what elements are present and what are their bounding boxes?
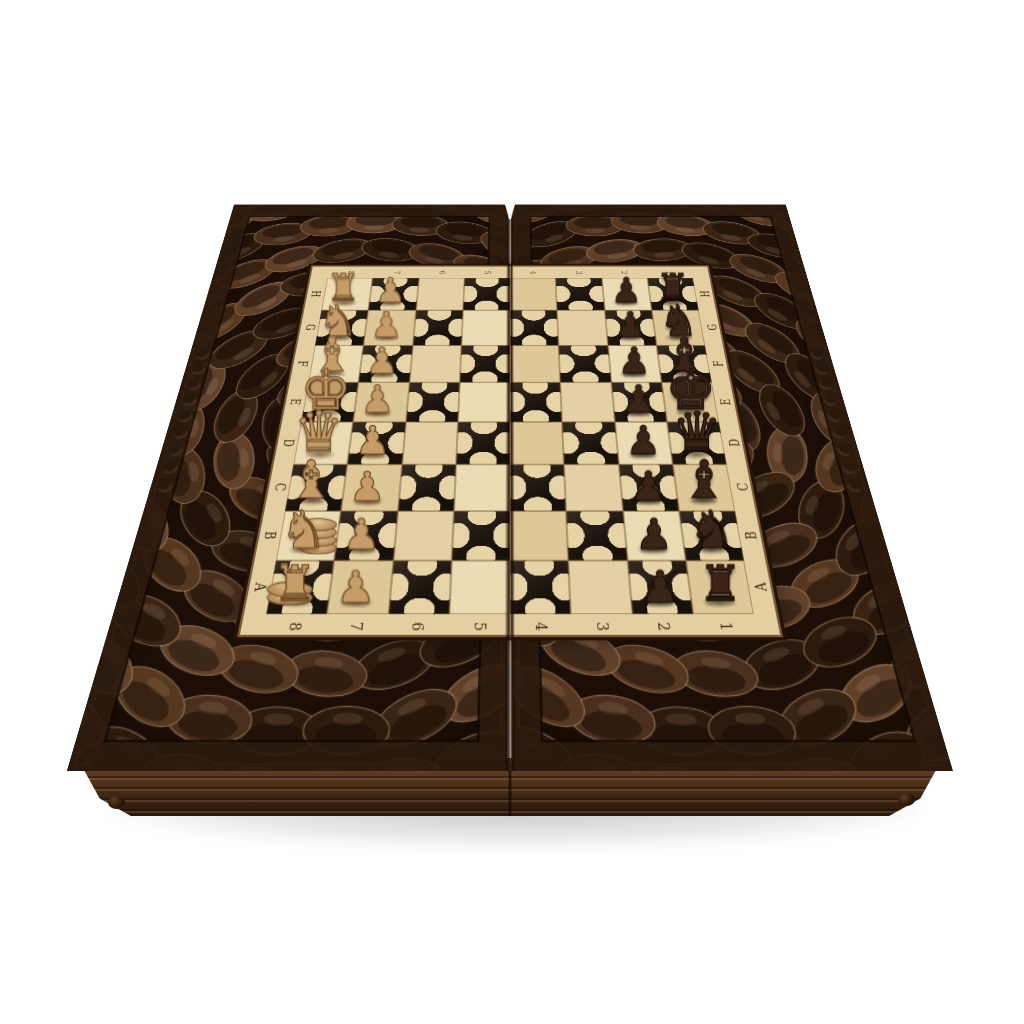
square-e4: [510, 382, 562, 422]
rank-label-top-3: 3: [555, 268, 601, 278]
square-g8: [315, 310, 368, 345]
square-h1: [647, 278, 699, 311]
square-f1: [656, 345, 711, 382]
square-f8: [308, 345, 363, 382]
square-e5: [458, 382, 510, 422]
piece-glyph: ♟: [625, 421, 660, 460]
piece-glyph: ♞: [280, 503, 327, 555]
square-h7: [368, 278, 418, 311]
square-g1: [652, 310, 705, 345]
piece-glyph: ♜: [273, 560, 317, 609]
rank-label-top-5: 5: [464, 268, 510, 278]
piece-glyph: ♟: [349, 465, 386, 506]
square-g6: [412, 310, 462, 345]
square-e6: [406, 382, 460, 422]
square-h8: [321, 278, 373, 311]
rank-label-top-2: 2: [601, 268, 648, 278]
square-h5: [463, 278, 510, 311]
square-h4: [510, 278, 557, 311]
square-g5: [461, 310, 510, 345]
square-f6: [409, 345, 461, 382]
board-foot-right: [898, 793, 915, 806]
piece-glyph: ♟: [635, 513, 673, 555]
square-f3: [559, 345, 611, 382]
piece-glyph: ♟: [355, 421, 390, 460]
square-g3: [557, 310, 607, 345]
product-photo-scene: 87654321 87654321 HGFEDCBA HGFEDCBA ♜♟♟♜…: [0, 0, 1024, 1024]
square-f4: [510, 345, 560, 382]
rank-label-top-1: 1: [646, 268, 693, 278]
piece-glyph: ♟: [336, 565, 376, 609]
square-f7: [359, 345, 413, 382]
square-f5: [460, 345, 510, 382]
square-e2: [611, 382, 667, 422]
rank-labels-top: 87654321: [327, 268, 692, 278]
square-g4: [510, 310, 559, 345]
rank-label-top-6: 6: [419, 268, 465, 278]
chess-backgammon-board: 87654321 87654321 HGFEDCBA HGFEDCBA ♜♟♟♜…: [67, 205, 953, 771]
piece-glyph: ♜: [698, 560, 742, 609]
square-h6: [416, 278, 465, 311]
rank-label-top-8: 8: [327, 268, 374, 278]
square-e3: [560, 382, 614, 422]
piece-glyph: ♟: [630, 465, 667, 506]
board-foot-left: [108, 796, 125, 809]
piece-glyph: ♟: [640, 565, 680, 609]
rank-label-top-7: 7: [373, 268, 420, 278]
square-g2: [604, 310, 656, 345]
square-h2: [601, 278, 651, 311]
square-g7: [364, 310, 416, 345]
piece-glyph: ♟: [343, 513, 381, 555]
square-f2: [608, 345, 662, 382]
square-e7: [353, 382, 409, 422]
rank-label-top-4: 4: [510, 268, 556, 278]
piece-glyph: ♞: [688, 503, 735, 555]
square-h3: [556, 278, 605, 311]
